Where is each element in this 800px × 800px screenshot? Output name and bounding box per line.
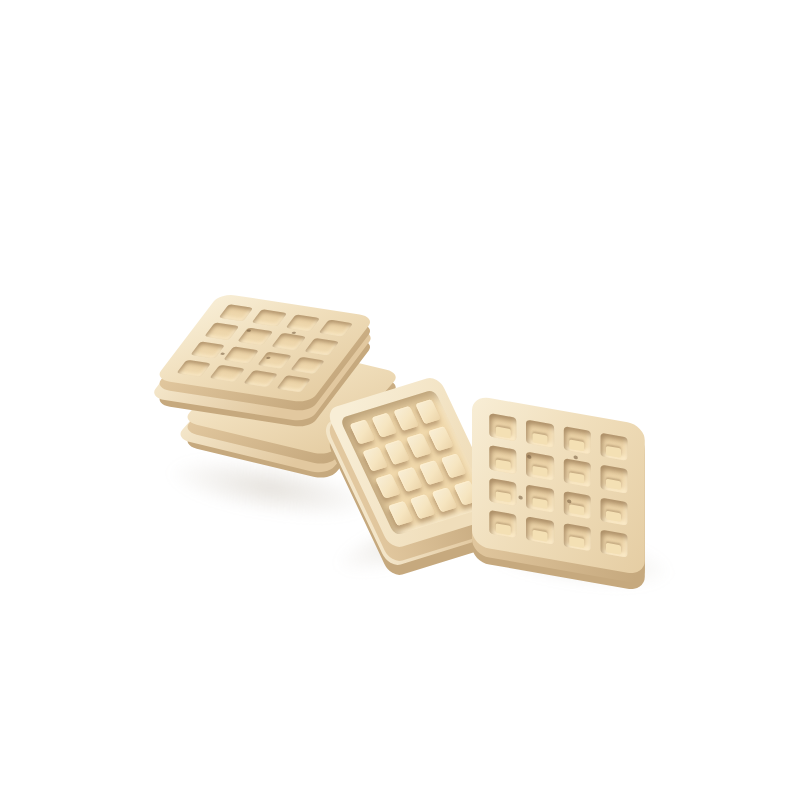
waffle-hole bbox=[252, 309, 287, 326]
waffle-hole bbox=[257, 351, 292, 368]
waffle-hole bbox=[318, 319, 353, 336]
waffle-hole bbox=[285, 314, 320, 331]
waffle-hole bbox=[238, 328, 273, 345]
waffle-hole bbox=[210, 365, 245, 382]
waffle-hole bbox=[224, 346, 259, 363]
caster-cup-top-of-stack bbox=[0, 0, 800, 800]
waffle-hole bbox=[205, 323, 240, 340]
waffle-hole bbox=[176, 360, 211, 377]
waffle-hole bbox=[219, 304, 254, 321]
waffle-hole bbox=[243, 370, 278, 387]
waffle-hole bbox=[276, 375, 311, 392]
product-photo-scene bbox=[0, 0, 800, 800]
waffle-hole bbox=[290, 356, 325, 373]
waffle-hole bbox=[271, 333, 306, 350]
waffle-hole bbox=[304, 338, 339, 355]
waffle-grid bbox=[176, 304, 353, 392]
waffle-hole bbox=[191, 341, 226, 358]
